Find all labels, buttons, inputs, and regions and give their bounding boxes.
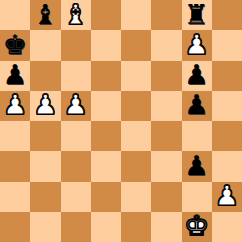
square-h2[interactable]: ♟: [212, 182, 242, 212]
square-c1[interactable]: [61, 212, 91, 242]
square-f4[interactable]: [151, 121, 181, 151]
square-d1[interactable]: [91, 212, 121, 242]
square-h8[interactable]: [212, 0, 242, 30]
white-pawn-h2[interactable]: ♟: [215, 182, 239, 209]
square-a8[interactable]: [0, 0, 30, 30]
square-d5[interactable]: [91, 91, 121, 121]
square-a5[interactable]: ♟: [0, 91, 30, 121]
square-b5[interactable]: ♟: [30, 91, 60, 121]
square-e2[interactable]: [121, 182, 151, 212]
black-king-a7[interactable]: ♚: [3, 31, 27, 58]
square-h1[interactable]: [212, 212, 242, 242]
square-c7[interactable]: [61, 30, 91, 60]
white-king-g1[interactable]: ♚: [185, 212, 209, 239]
square-d2[interactable]: [91, 182, 121, 212]
square-f6[interactable]: [151, 61, 181, 91]
square-h5[interactable]: [212, 91, 242, 121]
square-b1[interactable]: [30, 212, 60, 242]
square-e7[interactable]: [121, 30, 151, 60]
square-b6[interactable]: [30, 61, 60, 91]
square-g3[interactable]: ♟: [182, 151, 212, 181]
square-b3[interactable]: [30, 151, 60, 181]
square-a6[interactable]: ♟: [0, 61, 30, 91]
square-f8[interactable]: [151, 0, 181, 30]
square-b8[interactable]: ♝: [30, 0, 60, 30]
square-c8[interactable]: ♝: [61, 0, 91, 30]
square-g6[interactable]: ♟: [182, 61, 212, 91]
square-b7[interactable]: [30, 30, 60, 60]
square-d7[interactable]: [91, 30, 121, 60]
square-e6[interactable]: [121, 61, 151, 91]
square-f2[interactable]: [151, 182, 181, 212]
square-g1[interactable]: ♚: [182, 212, 212, 242]
square-a4[interactable]: [0, 121, 30, 151]
black-pawn-g5[interactable]: ♟: [185, 91, 209, 118]
square-c4[interactable]: [61, 121, 91, 151]
black-rook-g8[interactable]: ♜: [185, 1, 209, 28]
square-c5[interactable]: ♟: [61, 91, 91, 121]
square-f1[interactable]: [151, 212, 181, 242]
square-h3[interactable]: [212, 151, 242, 181]
square-d4[interactable]: [91, 121, 121, 151]
square-h7[interactable]: [212, 30, 242, 60]
square-f7[interactable]: [151, 30, 181, 60]
square-d3[interactable]: [91, 151, 121, 181]
black-pawn-g3[interactable]: ♟: [185, 152, 209, 179]
square-g2[interactable]: [182, 182, 212, 212]
square-e1[interactable]: [121, 212, 151, 242]
square-a3[interactable]: [0, 151, 30, 181]
black-pawn-g6[interactable]: ♟: [185, 61, 209, 88]
square-g8[interactable]: ♜: [182, 0, 212, 30]
square-d8[interactable]: [91, 0, 121, 30]
square-a2[interactable]: [0, 182, 30, 212]
square-f3[interactable]: [151, 151, 181, 181]
square-h6[interactable]: [212, 61, 242, 91]
white-pawn-c5[interactable]: ♟: [64, 91, 88, 118]
square-g5[interactable]: ♟: [182, 91, 212, 121]
chess-board: ♝♝♜♚♟♟♟♟♟♟♟♟♟♚: [0, 0, 242, 242]
square-a7[interactable]: ♚: [0, 30, 30, 60]
black-pawn-a6[interactable]: ♟: [3, 61, 27, 88]
square-c3[interactable]: [61, 151, 91, 181]
white-bishop-c8[interactable]: ♝: [64, 1, 88, 28]
white-pawn-a5[interactable]: ♟: [3, 91, 27, 118]
square-a1[interactable]: [0, 212, 30, 242]
white-pawn-b5[interactable]: ♟: [33, 91, 57, 118]
square-e5[interactable]: [121, 91, 151, 121]
square-g4[interactable]: [182, 121, 212, 151]
square-g7[interactable]: ♟: [182, 30, 212, 60]
square-c2[interactable]: [61, 182, 91, 212]
square-e4[interactable]: [121, 121, 151, 151]
black-bishop-b8[interactable]: ♝: [33, 1, 57, 28]
square-c6[interactable]: [61, 61, 91, 91]
square-d6[interactable]: [91, 61, 121, 91]
square-b4[interactable]: [30, 121, 60, 151]
square-f5[interactable]: [151, 91, 181, 121]
square-h4[interactable]: [212, 121, 242, 151]
square-b2[interactable]: [30, 182, 60, 212]
square-e3[interactable]: [121, 151, 151, 181]
white-pawn-g7[interactable]: ♟: [185, 31, 209, 58]
square-e8[interactable]: [121, 0, 151, 30]
